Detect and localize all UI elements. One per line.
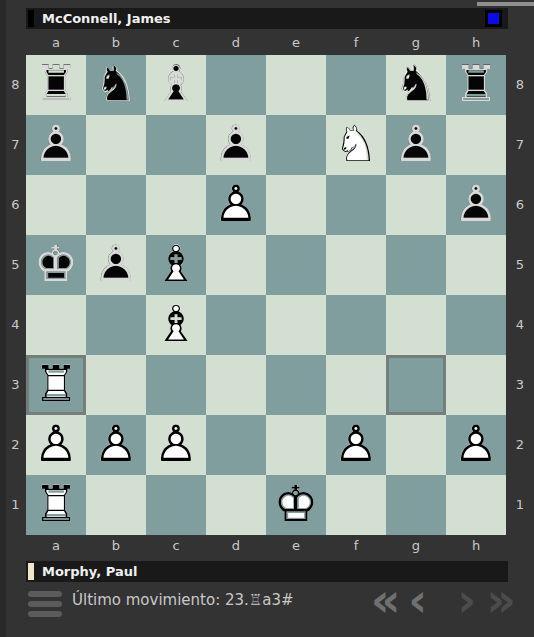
black-pawn-icon: ♟♙ [26,115,86,175]
square-f3[interactable] [326,355,386,415]
square-c6[interactable] [146,175,206,235]
white-player-color-indicator [28,563,34,580]
file-labels-bottom: abcdefgh [26,535,506,557]
black-king-icon: ♚♔ [26,235,86,295]
square-a4[interactable] [26,295,86,355]
scrollbar-thumb[interactable] [477,2,534,6]
square-e5[interactable] [266,235,326,295]
square-a7[interactable]: ♟♙ [26,115,86,175]
rank-label-7: 7 [0,115,26,175]
status-indicator-icon[interactable] [485,10,502,27]
rank-label-3: 3 [0,355,26,415]
white-bishop-icon: ♝♗ [146,235,206,295]
square-f4[interactable] [326,295,386,355]
square-d6[interactable]: ♟♙ [206,175,266,235]
square-c5[interactable]: ♝♗ [146,235,206,295]
square-d8[interactable] [206,55,266,115]
file-label-f: f [326,32,386,54]
square-e3[interactable] [266,355,326,415]
white-king-icon: ♚♔ [266,475,326,535]
black-bishop-icon: ♝♗ [146,55,206,115]
square-g3[interactable] [386,355,446,415]
square-f5[interactable] [326,235,386,295]
black-rook-icon: ♜♖ [26,55,86,115]
black-knight-icon: ♞♘ [386,55,446,115]
square-e6[interactable] [266,175,326,235]
square-a3[interactable]: ♜♖ [26,355,86,415]
rank-label-2: 2 [0,415,26,475]
square-h1[interactable] [446,475,506,535]
square-b4[interactable] [86,295,146,355]
square-h5[interactable] [446,235,506,295]
square-h4[interactable] [446,295,506,355]
square-a1[interactable]: ♜♖ [26,475,86,535]
white-pawn-icon: ♟♙ [446,415,506,475]
square-c4[interactable]: ♝♗ [146,295,206,355]
chess-board: ♜♖♞♘♝♗♞♘♜♖♟♙♟♙♞♘♟♙♟♙♟♙♚♔♟♙♝♗♝♗♜♖♟♙♟♙♟♙♟♙… [26,55,506,535]
white-rook-icon: ♜♖ [26,355,86,415]
file-label-a: a [26,535,86,557]
white-knight-icon: ♞♘ [326,115,386,175]
menu-icon[interactable] [28,591,62,621]
file-label-h: h [446,535,506,557]
nav-previous-move-button[interactable]: ‹ [408,574,427,626]
square-d3[interactable] [206,355,266,415]
square-g1[interactable] [386,475,446,535]
white-pawn-icon: ♟♙ [26,415,86,475]
square-d2[interactable] [206,415,266,475]
square-h2[interactable]: ♟♙ [446,415,506,475]
black-pawn-icon: ♟♙ [206,115,266,175]
file-label-b: b [86,535,146,557]
square-c7[interactable] [146,115,206,175]
square-b5[interactable]: ♟♙ [86,235,146,295]
player-bar-top: McConnell, James [26,8,508,29]
square-b3[interactable] [86,355,146,415]
player-name-bottom: Morphy, Paul [42,564,137,579]
rank-label-4: 4 [506,295,534,355]
white-pawn-icon: ♟♙ [326,415,386,475]
file-label-e: e [266,32,326,54]
square-e8[interactable] [266,55,326,115]
square-g4[interactable] [386,295,446,355]
rank-label-1: 1 [506,475,534,535]
rank-label-3: 3 [506,355,534,415]
white-pawn-icon: ♟♙ [206,175,266,235]
rank-labels-left: 87654321 [0,55,26,535]
file-label-f: f [326,535,386,557]
last-move-label: Último movimiento: 23.♖a3# [72,591,294,609]
square-b8[interactable]: ♞♘ [86,55,146,115]
nav-skip-to-start-button[interactable]: « [371,574,401,626]
square-d1[interactable] [206,475,266,535]
file-label-h: h [446,32,506,54]
square-b2[interactable]: ♟♙ [86,415,146,475]
black-rook-icon: ♜♖ [446,55,506,115]
rank-label-2: 2 [506,415,534,475]
square-a8[interactable]: ♜♖ [26,55,86,115]
file-label-a: a [26,32,86,54]
rank-label-8: 8 [0,55,26,115]
square-g8[interactable]: ♞♘ [386,55,446,115]
black-pawn-icon: ♟♙ [386,115,446,175]
square-g7[interactable]: ♟♙ [386,115,446,175]
square-b6[interactable] [86,175,146,235]
white-pawn-icon: ♟♙ [146,415,206,475]
black-player-color-indicator [28,10,34,27]
rank-label-7: 7 [506,115,534,175]
move-navigation-bar: Último movimiento: 23.♖a3# «‹›» [0,582,534,637]
player-name-top: McConnell, James [42,11,171,26]
square-b1[interactable] [86,475,146,535]
square-b7[interactable] [86,115,146,175]
black-knight-icon: ♞♘ [86,55,146,115]
square-c3[interactable] [146,355,206,415]
white-rook-icon: ♜♖ [26,475,86,535]
square-h8[interactable]: ♜♖ [446,55,506,115]
file-label-e: e [266,535,326,557]
file-label-c: c [146,535,206,557]
rank-label-1: 1 [0,475,26,535]
nav-skip-to-end-button[interactable]: » [486,574,516,626]
file-label-d: d [206,32,266,54]
square-g2[interactable] [386,415,446,475]
chess-app-window: McConnell, James abcdefgh 87654321 ♜♖♞♘♝… [0,0,534,637]
square-a6[interactable] [26,175,86,235]
square-f7[interactable]: ♞♘ [326,115,386,175]
rank-labels-right: 87654321 [506,55,534,535]
file-label-b: b [86,32,146,54]
file-labels-top: abcdefgh [26,32,506,54]
rank-label-6: 6 [0,175,26,235]
nav-buttons: «‹›» [371,574,516,626]
square-c1[interactable] [146,475,206,535]
black-pawn-icon: ♟♙ [86,235,146,295]
square-f1[interactable] [326,475,386,535]
black-pawn-icon: ♟♙ [446,175,506,235]
file-label-g: g [386,535,446,557]
rank-label-5: 5 [506,235,534,295]
rank-label-6: 6 [506,175,534,235]
square-g6[interactable] [386,175,446,235]
square-h6[interactable]: ♟♙ [446,175,506,235]
square-a5[interactable]: ♚♔ [26,235,86,295]
square-f6[interactable] [326,175,386,235]
square-e4[interactable] [266,295,326,355]
square-e7[interactable] [266,115,326,175]
square-e2[interactable] [266,415,326,475]
square-g5[interactable] [386,235,446,295]
white-pawn-icon: ♟♙ [86,415,146,475]
nav-next-move-button[interactable]: › [457,574,476,626]
white-bishop-icon: ♝♗ [146,295,206,355]
file-label-d: d [206,535,266,557]
square-h7[interactable] [446,115,506,175]
square-f8[interactable] [326,55,386,115]
square-c2[interactable]: ♟♙ [146,415,206,475]
square-c8[interactable]: ♝♗ [146,55,206,115]
rank-label-8: 8 [506,55,534,115]
square-e1[interactable]: ♚♔ [266,475,326,535]
rank-label-4: 4 [0,295,26,355]
file-label-c: c [146,32,206,54]
file-label-g: g [386,32,446,54]
square-d4[interactable] [206,295,266,355]
square-f2[interactable]: ♟♙ [326,415,386,475]
square-a2[interactable]: ♟♙ [26,415,86,475]
square-d7[interactable]: ♟♙ [206,115,266,175]
rank-label-5: 5 [0,235,26,295]
square-h3[interactable] [446,355,506,415]
square-d5[interactable] [206,235,266,295]
